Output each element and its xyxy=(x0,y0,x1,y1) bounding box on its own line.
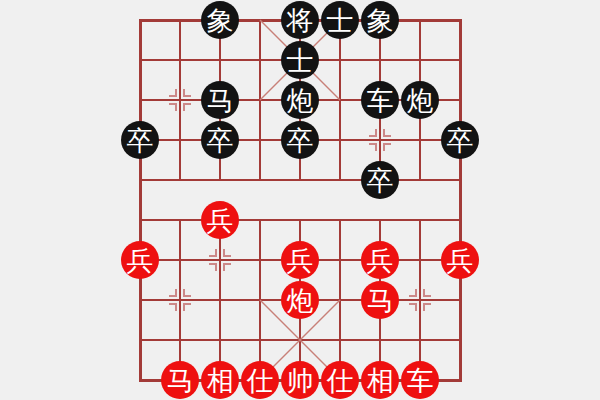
intersection-r8c3[interactable] xyxy=(240,320,280,360)
piece-red-advisor[interactable]: 仕 xyxy=(241,361,279,399)
intersection-r6c2[interactable] xyxy=(200,240,240,280)
piece-red-soldier[interactable]: 兵 xyxy=(361,241,399,279)
board-intersections: 象将士象士马炮车炮卒卒卒卒卒兵兵兵兵兵炮马马相仕帅仕相车 xyxy=(120,0,480,400)
piece-red-soldier[interactable]: 兵 xyxy=(201,201,239,239)
piece-red-soldier[interactable]: 兵 xyxy=(121,241,159,279)
intersection-r7c3[interactable] xyxy=(240,280,280,320)
intersection-r6c1[interactable] xyxy=(160,240,200,280)
intersection-r5c4[interactable] xyxy=(280,200,320,240)
intersection-r4c2[interactable] xyxy=(200,160,240,200)
intersection-r8c8[interactable] xyxy=(440,320,480,360)
intersection-r7c5[interactable] xyxy=(320,280,360,320)
piece-red-horse[interactable]: 马 xyxy=(361,281,399,319)
intersection-r7c8[interactable] xyxy=(440,280,480,320)
intersection-r8c7[interactable] xyxy=(400,320,440,360)
intersection-r4c7[interactable] xyxy=(400,160,440,200)
intersection-r8c2[interactable] xyxy=(200,320,240,360)
xiangqi-board: 象将士象士马炮车炮卒卒卒卒卒兵兵兵兵兵炮马马相仕帅仕相车 xyxy=(0,0,600,400)
intersection-r1c1[interactable] xyxy=(160,40,200,80)
intersection-r6c5[interactable] xyxy=(320,240,360,280)
intersection-r8c4[interactable] xyxy=(280,320,320,360)
intersection-r3c0[interactable]: 卒 xyxy=(120,120,160,160)
intersection-r1c6[interactable] xyxy=(360,40,400,80)
intersection-r5c5[interactable] xyxy=(320,200,360,240)
intersection-r4c1[interactable] xyxy=(160,160,200,200)
intersection-r3c4[interactable]: 卒 xyxy=(280,120,320,160)
piece-red-general[interactable]: 帅 xyxy=(281,361,319,399)
piece-red-soldier[interactable]: 兵 xyxy=(281,241,319,279)
intersection-r2c0[interactable] xyxy=(120,80,160,120)
intersection-r2c7[interactable]: 炮 xyxy=(400,80,440,120)
intersection-r7c6[interactable]: 马 xyxy=(360,280,400,320)
intersection-r3c1[interactable] xyxy=(160,120,200,160)
intersection-r3c6[interactable] xyxy=(360,120,400,160)
intersection-r9c7[interactable]: 车 xyxy=(400,360,440,400)
intersection-r3c8[interactable]: 卒 xyxy=(440,120,480,160)
intersection-r1c4[interactable]: 士 xyxy=(280,40,320,80)
intersection-r5c2[interactable]: 兵 xyxy=(200,200,240,240)
intersection-r2c4[interactable]: 炮 xyxy=(280,80,320,120)
intersection-r5c3[interactable] xyxy=(240,200,280,240)
intersection-r1c5[interactable] xyxy=(320,40,360,80)
intersection-r6c3[interactable] xyxy=(240,240,280,280)
intersection-r0c2[interactable]: 象 xyxy=(200,0,240,40)
piece-red-advisor[interactable]: 仕 xyxy=(321,361,359,399)
piece-black-soldier[interactable]: 卒 xyxy=(201,121,239,159)
intersection-r6c8[interactable]: 兵 xyxy=(440,240,480,280)
intersection-r4c5[interactable] xyxy=(320,160,360,200)
intersection-r6c7[interactable] xyxy=(400,240,440,280)
piece-red-elephant[interactable]: 相 xyxy=(201,361,239,399)
intersection-r0c8[interactable] xyxy=(440,0,480,40)
piece-red-chariot[interactable]: 车 xyxy=(401,361,439,399)
piece-red-cannon[interactable]: 炮 xyxy=(281,281,319,319)
piece-black-soldier[interactable]: 卒 xyxy=(361,161,399,199)
intersection-r3c7[interactable] xyxy=(400,120,440,160)
intersection-r1c3[interactable] xyxy=(240,40,280,80)
intersection-r8c5[interactable] xyxy=(320,320,360,360)
intersection-r7c4[interactable]: 炮 xyxy=(280,280,320,320)
piece-black-chariot[interactable]: 车 xyxy=(361,81,399,119)
intersection-r0c7[interactable] xyxy=(400,0,440,40)
intersection-r3c5[interactable] xyxy=(320,120,360,160)
intersection-r8c6[interactable] xyxy=(360,320,400,360)
piece-black-soldier[interactable]: 卒 xyxy=(121,121,159,159)
intersection-r0c5[interactable]: 士 xyxy=(320,0,360,40)
intersection-r3c2[interactable]: 卒 xyxy=(200,120,240,160)
piece-black-elephant[interactable]: 象 xyxy=(201,1,239,39)
intersection-r1c0[interactable] xyxy=(120,40,160,80)
intersection-r0c1[interactable] xyxy=(160,0,200,40)
intersection-r5c1[interactable] xyxy=(160,200,200,240)
intersection-r4c6[interactable]: 卒 xyxy=(360,160,400,200)
piece-black-advisor[interactable]: 士 xyxy=(321,1,359,39)
intersection-r2c8[interactable] xyxy=(440,80,480,120)
intersection-r7c2[interactable] xyxy=(200,280,240,320)
intersection-r5c8[interactable] xyxy=(440,200,480,240)
intersection-r9c4[interactable]: 帅 xyxy=(280,360,320,400)
intersection-r7c0[interactable] xyxy=(120,280,160,320)
intersection-r9c0[interactable] xyxy=(120,360,160,400)
piece-black-elephant[interactable]: 象 xyxy=(361,1,399,39)
intersection-r0c0[interactable] xyxy=(120,0,160,40)
intersection-r2c2[interactable]: 马 xyxy=(200,80,240,120)
intersection-r5c7[interactable] xyxy=(400,200,440,240)
piece-black-advisor[interactable]: 士 xyxy=(281,41,319,79)
intersection-r3c3[interactable] xyxy=(240,120,280,160)
intersection-r8c0[interactable] xyxy=(120,320,160,360)
intersection-r9c6[interactable]: 相 xyxy=(360,360,400,400)
intersection-r1c2[interactable] xyxy=(200,40,240,80)
piece-red-elephant[interactable]: 相 xyxy=(361,361,399,399)
intersection-r4c8[interactable] xyxy=(440,160,480,200)
piece-red-soldier[interactable]: 兵 xyxy=(441,241,479,279)
intersection-r0c6[interactable]: 象 xyxy=(360,0,400,40)
intersection-r8c1[interactable] xyxy=(160,320,200,360)
intersection-r6c0[interactable]: 兵 xyxy=(120,240,160,280)
piece-black-general[interactable]: 将 xyxy=(281,1,319,39)
intersection-r0c3[interactable] xyxy=(240,0,280,40)
intersection-r1c8[interactable] xyxy=(440,40,480,80)
piece-black-soldier[interactable]: 卒 xyxy=(441,121,479,159)
intersection-r9c1[interactable]: 马 xyxy=(160,360,200,400)
intersection-r4c4[interactable] xyxy=(280,160,320,200)
intersection-r9c8[interactable] xyxy=(440,360,480,400)
piece-black-cannon[interactable]: 炮 xyxy=(401,81,439,119)
intersection-r2c5[interactable] xyxy=(320,80,360,120)
intersection-r2c3[interactable] xyxy=(240,80,280,120)
intersection-r9c2[interactable]: 相 xyxy=(200,360,240,400)
intersection-r5c6[interactable] xyxy=(360,200,400,240)
intersection-r9c3[interactable]: 仕 xyxy=(240,360,280,400)
intersection-r6c4[interactable]: 兵 xyxy=(280,240,320,280)
intersection-r7c7[interactable] xyxy=(400,280,440,320)
intersection-r7c1[interactable] xyxy=(160,280,200,320)
intersection-r6c6[interactable]: 兵 xyxy=(360,240,400,280)
intersection-r4c3[interactable] xyxy=(240,160,280,200)
intersection-r0c4[interactable]: 将 xyxy=(280,0,320,40)
intersection-r9c5[interactable]: 仕 xyxy=(320,360,360,400)
intersection-r2c6[interactable]: 车 xyxy=(360,80,400,120)
intersection-r5c0[interactable] xyxy=(120,200,160,240)
piece-black-cannon[interactable]: 炮 xyxy=(281,81,319,119)
piece-black-soldier[interactable]: 卒 xyxy=(281,121,319,159)
intersection-r4c0[interactable] xyxy=(120,160,160,200)
piece-red-horse[interactable]: 马 xyxy=(161,361,199,399)
intersection-r1c7[interactable] xyxy=(400,40,440,80)
intersection-r2c1[interactable] xyxy=(160,80,200,120)
piece-black-horse[interactable]: 马 xyxy=(201,81,239,119)
